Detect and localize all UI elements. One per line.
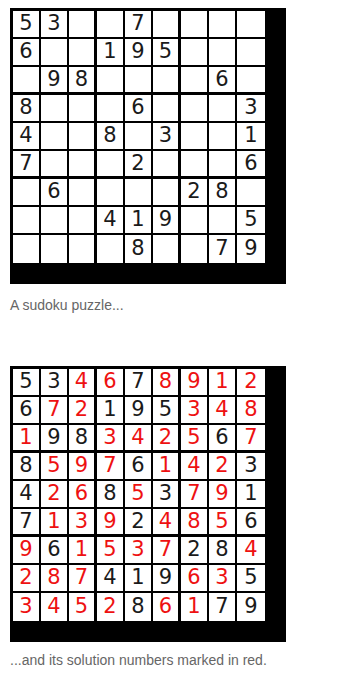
cell-r5c3: 6 [69, 481, 97, 509]
cell-r7c9 [237, 179, 265, 207]
cell-r6c5: 2 [125, 509, 153, 537]
page: 537619598686348317266284195879 A sudoku … [0, 0, 361, 676]
cell-r7c7: 2 [181, 179, 209, 207]
cell-r2c4: 1 [97, 39, 125, 67]
cell-r4c4 [97, 95, 125, 123]
cell-r4c8: 2 [209, 453, 237, 481]
cell-r3c3: 8 [69, 425, 97, 453]
cell-r1c2: 3 [41, 11, 69, 39]
cell-r7c9: 4 [237, 537, 265, 565]
cell-r5c5 [125, 123, 153, 151]
cell-r6c6 [153, 151, 181, 179]
cell-r1c7: 9 [181, 369, 209, 397]
cell-r1c5: 7 [125, 11, 153, 39]
cell-r2c8: 4 [209, 397, 237, 425]
cell-r4c2: 5 [41, 453, 69, 481]
cell-r4c6 [153, 95, 181, 123]
cell-r8c7 [181, 207, 209, 235]
cell-r8c8: 3 [209, 565, 237, 593]
cell-r2c1: 6 [13, 397, 41, 425]
cell-r5c7 [181, 123, 209, 151]
cell-r4c3 [69, 95, 97, 123]
cell-r7c3: 1 [69, 537, 97, 565]
cell-r8c3: 7 [69, 565, 97, 593]
cell-r8c4: 4 [97, 207, 125, 235]
cell-r6c3: 3 [69, 509, 97, 537]
cell-r8c5: 1 [125, 207, 153, 235]
cell-r9c1: 3 [13, 593, 41, 621]
cell-r3c8: 6 [209, 425, 237, 453]
cell-r7c5: 3 [125, 537, 153, 565]
cell-r1c4 [97, 11, 125, 39]
cell-r1c6: 8 [153, 369, 181, 397]
cell-r7c3 [69, 179, 97, 207]
cell-r5c9: 1 [237, 481, 265, 509]
cell-r3c7 [181, 67, 209, 95]
cell-r1c6 [153, 11, 181, 39]
cell-r6c8 [209, 151, 237, 179]
cell-r8c8 [209, 207, 237, 235]
cell-r1c7 [181, 11, 209, 39]
cell-r8c7: 6 [181, 565, 209, 593]
cell-r7c4: 5 [97, 537, 125, 565]
cell-r7c1 [13, 179, 41, 207]
cell-r4c7 [181, 95, 209, 123]
cell-r5c8: 9 [209, 481, 237, 509]
cell-r2c2 [41, 39, 69, 67]
cell-r9c7 [181, 235, 209, 263]
cell-r1c5: 7 [125, 369, 153, 397]
cell-r7c6: 7 [153, 537, 181, 565]
cell-r4c4: 7 [97, 453, 125, 481]
cell-r4c9: 3 [237, 453, 265, 481]
cell-r2c9 [237, 39, 265, 67]
cell-r7c8: 8 [209, 179, 237, 207]
puzzle-grid: 537619598686348317266284195879 [10, 8, 286, 284]
cell-r9c5: 8 [125, 235, 153, 263]
cell-r6c1: 7 [13, 509, 41, 537]
cell-r8c2 [41, 207, 69, 235]
cell-r9c7: 1 [181, 593, 209, 621]
cell-r5c8 [209, 123, 237, 151]
cell-r4c8 [209, 95, 237, 123]
cell-r5c7: 7 [181, 481, 209, 509]
cell-r9c2 [41, 235, 69, 263]
cell-r4c9: 3 [237, 95, 265, 123]
cell-r5c5: 5 [125, 481, 153, 509]
cell-r9c3 [69, 235, 97, 263]
cell-r3c1 [13, 67, 41, 95]
cell-r1c3 [69, 11, 97, 39]
cell-r4c2 [41, 95, 69, 123]
cell-r5c1: 4 [13, 481, 41, 509]
cell-r5c2: 2 [41, 481, 69, 509]
cell-r8c1 [13, 207, 41, 235]
cell-r3c8: 6 [209, 67, 237, 95]
cell-r6c8: 5 [209, 509, 237, 537]
cell-r7c2: 6 [41, 179, 69, 207]
cell-r7c1: 9 [13, 537, 41, 565]
cell-r3c9 [237, 67, 265, 95]
cell-r8c3 [69, 207, 97, 235]
cell-r3c4 [97, 67, 125, 95]
cell-r2c5: 9 [125, 39, 153, 67]
cell-r4c5: 6 [125, 453, 153, 481]
cell-r9c4 [97, 235, 125, 263]
cell-r9c4: 2 [97, 593, 125, 621]
cell-r5c6: 3 [153, 123, 181, 151]
cell-r5c2 [41, 123, 69, 151]
cell-r1c2: 3 [41, 369, 69, 397]
cell-r1c9: 2 [237, 369, 265, 397]
cell-r1c1: 5 [13, 11, 41, 39]
cell-r3c2: 9 [41, 67, 69, 95]
cell-r2c4: 1 [97, 397, 125, 425]
cell-r4c5: 6 [125, 95, 153, 123]
cell-r3c4: 3 [97, 425, 125, 453]
cell-r8c5: 1 [125, 565, 153, 593]
cell-r5c1: 4 [13, 123, 41, 151]
cell-r6c3 [69, 151, 97, 179]
cell-r6c2: 1 [41, 509, 69, 537]
cell-r6c2 [41, 151, 69, 179]
cell-r1c4: 6 [97, 369, 125, 397]
cell-r8c1: 2 [13, 565, 41, 593]
cell-r6c4: 9 [97, 509, 125, 537]
cell-r4c1: 8 [13, 95, 41, 123]
cell-r2c3: 2 [69, 397, 97, 425]
cell-r7c2: 6 [41, 537, 69, 565]
cell-r6c1: 7 [13, 151, 41, 179]
cell-r6c7 [181, 151, 209, 179]
puzzle-caption: A sudoku puzzle... [10, 297, 124, 313]
cell-r3c5 [125, 67, 153, 95]
cell-r5c9: 1 [237, 123, 265, 151]
cell-r7c7: 2 [181, 537, 209, 565]
cell-r3c5: 4 [125, 425, 153, 453]
cell-r1c3: 4 [69, 369, 97, 397]
cell-r8c6: 9 [153, 207, 181, 235]
cell-r5c3 [69, 123, 97, 151]
cell-r9c9: 9 [237, 235, 265, 263]
cell-r6c6: 4 [153, 509, 181, 537]
cell-r3c9: 7 [237, 425, 265, 453]
cell-r5c4: 8 [97, 123, 125, 151]
cell-r2c9: 8 [237, 397, 265, 425]
cell-r3c6 [153, 67, 181, 95]
cell-r1c8 [209, 11, 237, 39]
cell-r4c1: 8 [13, 453, 41, 481]
cell-r6c4 [97, 151, 125, 179]
cell-r9c6: 6 [153, 593, 181, 621]
cell-r4c6: 1 [153, 453, 181, 481]
cell-r8c9: 5 [237, 207, 265, 235]
cell-r2c3 [69, 39, 97, 67]
cell-r7c5 [125, 179, 153, 207]
cell-r1c9 [237, 11, 265, 39]
cell-r5c4: 8 [97, 481, 125, 509]
solution-grid: 5346789126721953481983425678597614234268… [10, 366, 286, 642]
cell-r3c6: 2 [153, 425, 181, 453]
cell-r9c6 [153, 235, 181, 263]
cell-r9c3: 5 [69, 593, 97, 621]
cell-r4c3: 9 [69, 453, 97, 481]
cell-r8c2: 8 [41, 565, 69, 593]
cell-r2c6: 5 [153, 397, 181, 425]
cell-r5c6: 3 [153, 481, 181, 509]
cell-r3c2: 9 [41, 425, 69, 453]
cell-r3c7: 5 [181, 425, 209, 453]
cell-r2c5: 9 [125, 397, 153, 425]
cell-r3c1: 1 [13, 425, 41, 453]
cell-r2c7: 3 [181, 397, 209, 425]
cell-r9c8: 7 [209, 593, 237, 621]
cell-r8c4: 4 [97, 565, 125, 593]
cell-r2c7 [181, 39, 209, 67]
cell-r3c3: 8 [69, 67, 97, 95]
cell-r9c5: 8 [125, 593, 153, 621]
cell-r6c9: 6 [237, 151, 265, 179]
cell-r7c8: 8 [209, 537, 237, 565]
cell-r9c1 [13, 235, 41, 263]
cell-r2c2: 7 [41, 397, 69, 425]
cell-r8c9: 5 [237, 565, 265, 593]
cell-r1c1: 5 [13, 369, 41, 397]
cell-r2c6: 5 [153, 39, 181, 67]
cell-r6c9: 6 [237, 509, 265, 537]
cell-r9c2: 4 [41, 593, 69, 621]
cell-r2c8 [209, 39, 237, 67]
cell-r7c4 [97, 179, 125, 207]
cell-r6c7: 8 [181, 509, 209, 537]
cell-r1c8: 1 [209, 369, 237, 397]
cell-r6c5: 2 [125, 151, 153, 179]
solution-caption: ...and its solution numbers marked in re… [10, 652, 267, 668]
cell-r8c6: 9 [153, 565, 181, 593]
cell-r9c8: 7 [209, 235, 237, 263]
cell-r2c1: 6 [13, 39, 41, 67]
cell-r9c9: 9 [237, 593, 265, 621]
cell-r4c7: 4 [181, 453, 209, 481]
cell-r7c6 [153, 179, 181, 207]
